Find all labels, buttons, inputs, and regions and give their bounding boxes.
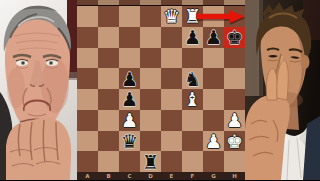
board-grid: ♛♜♟♟♚♟♞♟♝♟♟♛♟♚♜ [77,6,245,172]
square-g5[interactable] [203,68,224,89]
square-g1[interactable] [203,151,224,172]
square-g7[interactable]: ♟ [203,27,224,48]
white-king-h2[interactable]: ♚ [226,131,243,151]
black-rook-d1[interactable]: ♜ [142,152,159,172]
square-d2[interactable] [140,131,161,152]
square-f3[interactable] [182,110,203,131]
white-bishop-f4[interactable]: ♝ [184,89,201,109]
karpov-fist [6,118,71,181]
square-b1[interactable] [98,151,119,172]
board-frame-cell [203,0,224,5]
board-frame-cell [224,0,245,5]
square-b7[interactable] [98,27,119,48]
square-d7[interactable] [140,27,161,48]
square-c6[interactable] [119,48,140,69]
black-pawn-f7[interactable]: ♟ [184,27,201,47]
board-frame-cell [98,0,119,5]
square-a5[interactable] [77,68,98,89]
square-a4[interactable] [77,89,98,110]
white-pawn-h3[interactable]: ♟ [226,110,243,130]
square-g6[interactable] [203,48,224,69]
square-e3[interactable] [161,110,182,131]
board-frame-cell [119,0,140,5]
square-e4[interactable] [161,89,182,110]
black-knight-f5[interactable]: ♞ [184,69,201,89]
square-f6[interactable] [182,48,203,69]
square-c4[interactable]: ♟ [119,89,140,110]
square-b2[interactable] [98,131,119,152]
file-label-c: C [119,172,140,180]
karpov-portrait [0,0,77,180]
square-h4[interactable] [224,89,245,110]
square-d6[interactable] [140,48,161,69]
square-c2[interactable]: ♛ [119,131,140,152]
square-a7[interactable] [77,27,98,48]
square-a1[interactable] [77,151,98,172]
ear [301,55,310,69]
board-frame-cell [77,0,98,5]
square-g8[interactable] [203,6,224,27]
square-b8[interactable] [98,6,119,27]
square-f2[interactable] [182,131,203,152]
square-g4[interactable] [203,89,224,110]
square-g2[interactable]: ♟ [203,131,224,152]
square-e1[interactable] [161,151,182,172]
square-h2[interactable]: ♚ [224,131,245,152]
file-label-b: B [98,172,119,180]
white-pawn-c3[interactable]: ♟ [121,110,138,130]
chess-board: ♛♜♟♟♚♟♞♟♝♟♟♛♟♚♜ ABCDEFGH [77,0,245,180]
square-b5[interactable] [98,68,119,89]
black-pawn-c5[interactable]: ♟ [121,69,138,89]
file-labels: ABCDEFGH [77,172,245,180]
square-e5[interactable] [161,68,182,89]
square-h1[interactable] [224,151,245,172]
square-a3[interactable] [77,110,98,131]
square-f8[interactable]: ♜ [182,6,203,27]
square-b4[interactable] [98,89,119,110]
square-c5[interactable]: ♟ [119,68,140,89]
square-a8[interactable] [77,6,98,27]
square-e2[interactable] [161,131,182,152]
white-pawn-g2[interactable]: ♟ [205,131,222,151]
file-label-f: F [182,172,203,180]
square-c8[interactable] [119,6,140,27]
square-f4[interactable]: ♝ [182,89,203,110]
square-d4[interactable] [140,89,161,110]
board-frame-cell [140,0,161,5]
player-photo-left [0,0,77,180]
file-label-a: A [77,172,98,180]
black-pawn-c4[interactable]: ♟ [121,89,138,109]
square-f7[interactable]: ♟ [182,27,203,48]
square-b6[interactable] [98,48,119,69]
square-b3[interactable] [98,110,119,131]
square-h5[interactable] [224,68,245,89]
square-a6[interactable] [77,48,98,69]
square-g3[interactable] [203,110,224,131]
square-h7[interactable]: ♚ [224,27,245,48]
file-label-e: E [161,172,182,180]
square-e6[interactable] [161,48,182,69]
black-queen-c2[interactable]: ♛ [121,131,138,151]
white-rook-f8[interactable]: ♜ [184,6,201,26]
black-pawn-g7[interactable]: ♟ [205,27,222,47]
board-frame-cell [161,0,182,5]
file-label-h: H [224,172,245,180]
board-frame-cell [182,0,203,5]
square-d5[interactable] [140,68,161,89]
square-c1[interactable] [119,151,140,172]
square-e8[interactable]: ♛ [161,6,182,27]
carlsen-portrait [245,0,320,180]
square-c7[interactable] [119,27,140,48]
square-h3[interactable]: ♟ [224,110,245,131]
square-d8[interactable] [140,6,161,27]
square-d3[interactable] [140,110,161,131]
square-f5[interactable]: ♞ [182,68,203,89]
player-photo-right [245,0,320,180]
square-c3[interactable]: ♟ [119,110,140,131]
thumbnail: ♛♜♟♟♚♟♞♟♝♟♟♛♟♚♜ ABCDEFGH [0,0,320,180]
white-queen-e8[interactable]: ♛ [163,6,180,26]
square-d1[interactable]: ♜ [140,151,161,172]
file-label-g: G [203,172,224,180]
square-f1[interactable] [182,151,203,172]
file-label-d: D [140,172,161,180]
square-h6[interactable] [224,48,245,69]
square-e7[interactable] [161,27,182,48]
square-h8[interactable] [224,6,245,27]
square-a2[interactable] [77,131,98,152]
black-king-h7[interactable]: ♚ [226,27,243,47]
